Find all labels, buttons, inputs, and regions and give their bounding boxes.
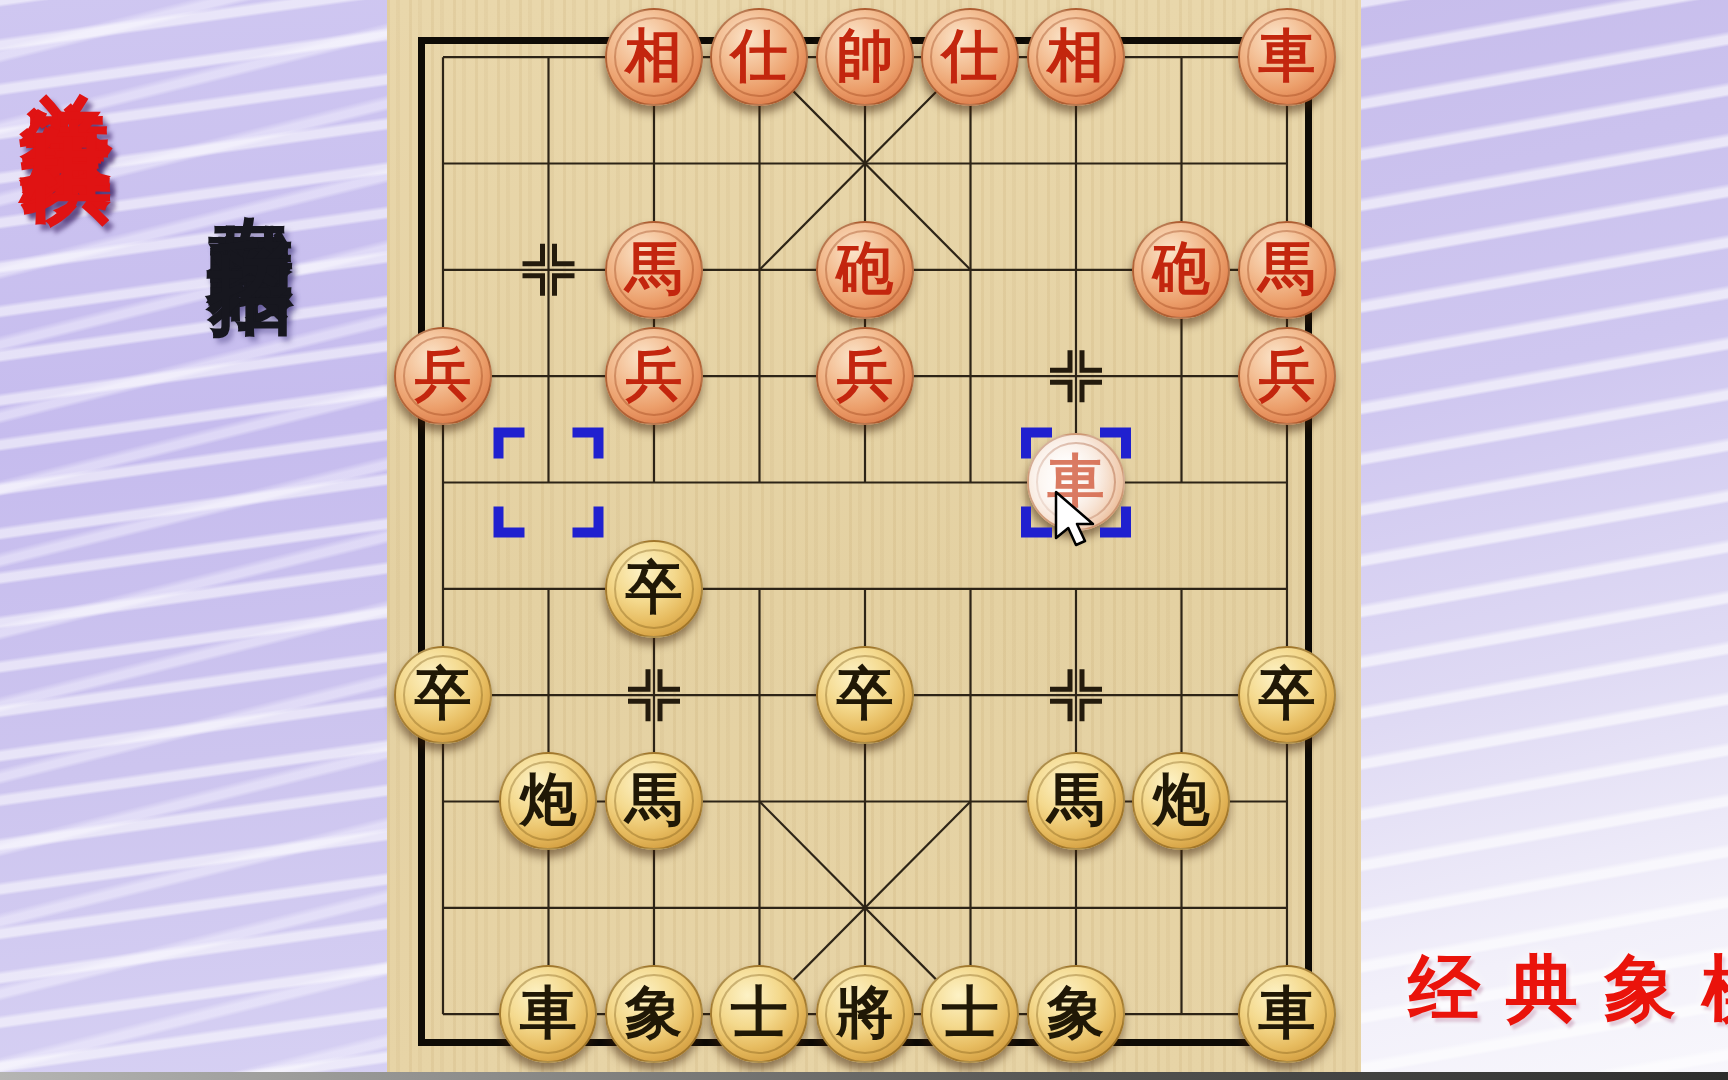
piece-兵-red[interactable]: 兵 [1238, 327, 1336, 425]
left-sidebar: 关注经典象棋 奉献精彩杀招 [0, 0, 387, 1080]
piece-相-red[interactable]: 相 [605, 8, 703, 106]
right-red-caption: 经典象棋 [1408, 941, 1728, 1037]
piece-label: 卒 [414, 647, 471, 741]
piece-label: 兵 [836, 328, 893, 422]
piece-label: 帥 [836, 9, 893, 103]
piece-砲-red[interactable]: 砲 [1132, 221, 1230, 319]
piece-label: 仕 [731, 9, 788, 103]
piece-馬-black[interactable]: 馬 [1027, 752, 1125, 850]
left-red-slogan: 关注经典象棋 [20, 16, 112, 70]
piece-車-red[interactable]: 車 [1027, 433, 1125, 531]
piece-label: 象 [625, 966, 682, 1060]
piece-士-black[interactable]: 士 [710, 965, 808, 1063]
piece-卒-black[interactable]: 卒 [394, 646, 492, 744]
piece-馬-black[interactable]: 馬 [605, 752, 703, 850]
piece-車-red[interactable]: 車 [1238, 8, 1336, 106]
xiangqi-board[interactable]: 相仕帥仕相車馬砲砲馬兵兵兵兵車卒卒卒卒炮馬馬炮車象士將士象車 [390, 4, 1340, 1067]
piece-砲-red[interactable]: 砲 [816, 221, 914, 319]
piece-label: 馬 [1258, 222, 1315, 316]
piece-將-black[interactable]: 將 [816, 965, 914, 1063]
app-screen: 关注经典象棋 奉献精彩杀招 相仕帥仕相車馬砲砲馬兵兵兵兵車卒卒卒卒炮馬馬炮車象士… [0, 0, 1728, 1080]
piece-label: 兵 [1258, 328, 1315, 422]
piece-label: 馬 [625, 753, 682, 847]
piece-卒-black[interactable]: 卒 [1238, 646, 1336, 744]
right-sidebar: 方寸之间车炮争雄 楚河汉界一马当先 经典象棋 [1361, 0, 1728, 1080]
left-black-slogan: 奉献精彩杀招 [208, 148, 294, 190]
piece-卒-black[interactable]: 卒 [816, 646, 914, 744]
piece-車-black[interactable]: 車 [499, 965, 597, 1063]
piece-兵-red[interactable]: 兵 [394, 327, 492, 425]
piece-馬-red[interactable]: 馬 [1238, 221, 1336, 319]
piece-仕-red[interactable]: 仕 [921, 8, 1019, 106]
piece-label: 兵 [414, 328, 471, 422]
piece-label: 卒 [1258, 647, 1315, 741]
piece-label: 炮 [520, 753, 577, 847]
piece-象-black[interactable]: 象 [1027, 965, 1125, 1063]
piece-label: 卒 [625, 541, 682, 635]
piece-label: 車 [520, 966, 577, 1060]
piece-相-red[interactable]: 相 [1027, 8, 1125, 106]
piece-label: 車 [1047, 434, 1104, 528]
piece-label: 車 [1258, 9, 1315, 103]
piece-車-black[interactable]: 車 [1238, 965, 1336, 1063]
piece-label: 炮 [1153, 753, 1210, 847]
piece-label: 仕 [942, 9, 999, 103]
bottom-strip [0, 1072, 1728, 1080]
piece-label: 卒 [836, 647, 893, 741]
piece-label: 相 [625, 9, 682, 103]
piece-label: 士 [942, 966, 999, 1060]
piece-兵-red[interactable]: 兵 [605, 327, 703, 425]
piece-象-black[interactable]: 象 [605, 965, 703, 1063]
piece-兵-red[interactable]: 兵 [816, 327, 914, 425]
piece-士-black[interactable]: 士 [921, 965, 1019, 1063]
piece-卒-black[interactable]: 卒 [605, 540, 703, 638]
piece-label: 車 [1258, 966, 1315, 1060]
piece-label: 士 [731, 966, 788, 1060]
piece-炮-black[interactable]: 炮 [1132, 752, 1230, 850]
piece-label: 相 [1047, 9, 1104, 103]
piece-label: 馬 [1047, 753, 1104, 847]
piece-label: 馬 [625, 222, 682, 316]
piece-馬-red[interactable]: 馬 [605, 221, 703, 319]
piece-label: 砲 [836, 222, 893, 316]
piece-label: 象 [1047, 966, 1104, 1060]
piece-仕-red[interactable]: 仕 [710, 8, 808, 106]
piece-炮-black[interactable]: 炮 [499, 752, 597, 850]
piece-label: 將 [836, 966, 893, 1060]
piece-label: 砲 [1153, 222, 1210, 316]
piece-label: 兵 [625, 328, 682, 422]
piece-帥-red[interactable]: 帥 [816, 8, 914, 106]
